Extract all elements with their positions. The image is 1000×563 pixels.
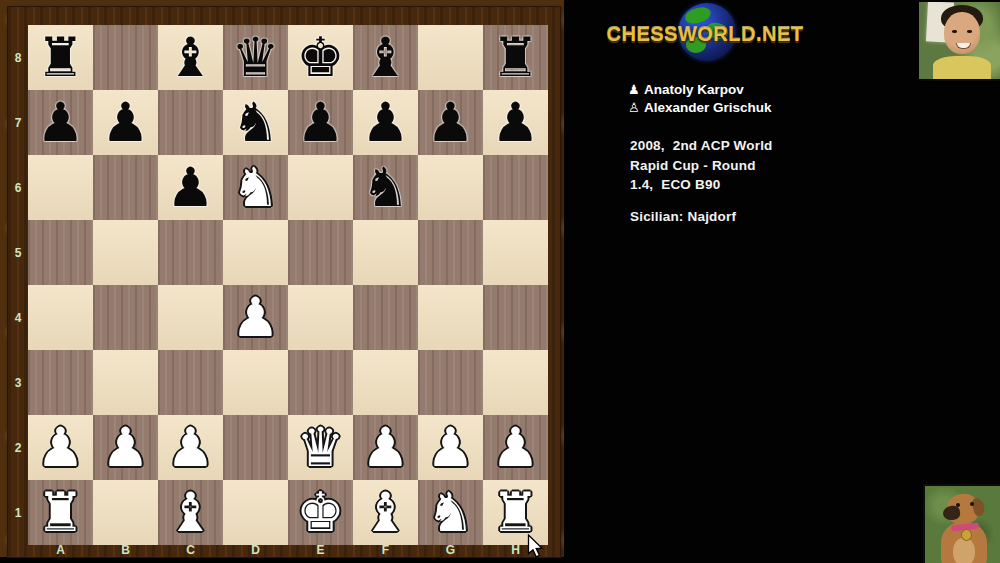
player-row-black: ♙ Alexander Grischuk	[628, 98, 772, 116]
square-h5[interactable]	[483, 220, 548, 285]
file-label-d: D	[223, 543, 288, 557]
black-pawn: ♟	[483, 90, 548, 155]
square-d3[interactable]	[223, 350, 288, 415]
square-g4[interactable]	[418, 285, 483, 350]
square-d2[interactable]	[223, 415, 288, 480]
square-b3[interactable]	[93, 350, 158, 415]
square-f7[interactable]: ♟	[353, 90, 418, 155]
square-c8[interactable]: ♝	[158, 25, 223, 90]
square-h6[interactable]	[483, 155, 548, 220]
solid-pawn-icon: ♟	[628, 82, 644, 97]
rank-label-1: 1	[8, 480, 28, 545]
black-pawn: ♟	[418, 90, 483, 155]
black-bishop: ♝	[158, 25, 223, 90]
square-d5[interactable]	[223, 220, 288, 285]
square-f2[interactable]: ♟	[353, 415, 418, 480]
outline-pawn-icon: ♙	[628, 100, 644, 115]
square-g5[interactable]	[418, 220, 483, 285]
square-a6[interactable]	[28, 155, 93, 220]
black-pawn: ♟	[288, 90, 353, 155]
white-pawn: ♟	[483, 415, 548, 480]
square-c6[interactable]: ♟	[158, 155, 223, 220]
square-f3[interactable]	[353, 350, 418, 415]
square-g1[interactable]: ♞	[418, 480, 483, 545]
square-h2[interactable]: ♟	[483, 415, 548, 480]
rank-label-4: 4	[8, 285, 28, 350]
square-b2[interactable]: ♟	[93, 415, 158, 480]
square-b6[interactable]	[93, 155, 158, 220]
logo-text: CHESSWORLD.NET	[600, 23, 810, 46]
chessworld-logo: CHESSWORLD.NET	[600, 1, 810, 63]
file-label-b: B	[93, 543, 158, 557]
square-e3[interactable]	[288, 350, 353, 415]
mouse-cursor-icon	[527, 534, 545, 563]
square-d6[interactable]: ♞	[223, 155, 288, 220]
square-g3[interactable]	[418, 350, 483, 415]
black-knight: ♞	[223, 90, 288, 155]
chess-board: 87654321 ♜♝♛♚♝♜♟♟♞♟♟♟♟♟♞♞♟♟♟♟♛♟♟♟♜♝♚♝♞♜ …	[8, 7, 560, 557]
square-f4[interactable]	[353, 285, 418, 350]
player-row-white: ♟ Anatoly Karpov	[628, 80, 772, 98]
black-pawn: ♟	[158, 155, 223, 220]
white-pawn: ♟	[93, 415, 158, 480]
square-g2[interactable]: ♟	[418, 415, 483, 480]
file-label-c: C	[158, 543, 223, 557]
black-king: ♚	[288, 25, 353, 90]
square-c1[interactable]: ♝	[158, 480, 223, 545]
rank-label-7: 7	[8, 90, 28, 155]
rank-labels: 87654321	[8, 25, 28, 545]
square-a7[interactable]: ♟	[28, 90, 93, 155]
square-b7[interactable]: ♟	[93, 90, 158, 155]
black-bishop: ♝	[353, 25, 418, 90]
opening-name: Sicilian: Najdorf	[630, 209, 736, 224]
player-names: ♟ Anatoly Karpov ♙ Alexander Grischuk	[628, 80, 772, 116]
file-labels: ABCDEFGH	[28, 543, 548, 557]
white-knight: ♞	[418, 480, 483, 545]
event-line-2: Rapid Cup - Round	[630, 156, 773, 176]
square-h7[interactable]: ♟	[483, 90, 548, 155]
square-b1[interactable]	[93, 480, 158, 545]
square-c3[interactable]	[158, 350, 223, 415]
white-pawn: ♟	[223, 285, 288, 350]
square-f8[interactable]: ♝	[353, 25, 418, 90]
square-c2[interactable]: ♟	[158, 415, 223, 480]
square-g6[interactable]	[418, 155, 483, 220]
black-player-name: Alexander Grischuk	[644, 100, 772, 115]
file-label-f: F	[353, 543, 418, 557]
square-f5[interactable]	[353, 220, 418, 285]
black-queen: ♛	[223, 25, 288, 90]
presenter-webcam-photo	[919, 2, 1000, 81]
white-pawn: ♟	[353, 415, 418, 480]
white-rook: ♜	[28, 480, 93, 545]
white-knight: ♞	[223, 155, 288, 220]
black-rook: ♜	[28, 25, 93, 90]
black-pawn: ♟	[28, 90, 93, 155]
square-c4[interactable]	[158, 285, 223, 350]
event-line-1: 2008, 2nd ACP World	[630, 136, 773, 156]
square-f6[interactable]: ♞	[353, 155, 418, 220]
board-backdrop: 87654321 ♜♝♛♚♝♜♟♟♞♟♟♟♟♟♞♞♟♟♟♟♛♟♟♟♜♝♚♝♞♜ …	[0, 0, 564, 557]
square-a5[interactable]	[28, 220, 93, 285]
square-e6[interactable]	[288, 155, 353, 220]
rank-label-2: 2	[8, 415, 28, 480]
dog-photo	[923, 484, 1000, 563]
square-e8[interactable]: ♚	[288, 25, 353, 90]
rank-label-6: 6	[8, 155, 28, 220]
board-grid: ♜♝♛♚♝♜♟♟♞♟♟♟♟♟♞♞♟♟♟♟♛♟♟♟♜♝♚♝♞♜	[28, 25, 548, 545]
square-d8[interactable]: ♛	[223, 25, 288, 90]
square-d1[interactable]	[223, 480, 288, 545]
square-d4[interactable]: ♟	[223, 285, 288, 350]
square-e7[interactable]: ♟	[288, 90, 353, 155]
square-e1[interactable]: ♚	[288, 480, 353, 545]
square-a8[interactable]: ♜	[28, 25, 93, 90]
white-pawn: ♟	[418, 415, 483, 480]
rank-label-3: 3	[8, 350, 28, 415]
white-bishop: ♝	[353, 480, 418, 545]
square-a4[interactable]	[28, 285, 93, 350]
square-h8[interactable]: ♜	[483, 25, 548, 90]
black-rook: ♜	[483, 25, 548, 90]
white-queen: ♛	[288, 415, 353, 480]
file-label-g: G	[418, 543, 483, 557]
square-h4[interactable]	[483, 285, 548, 350]
square-h3[interactable]	[483, 350, 548, 415]
square-f1[interactable]: ♝	[353, 480, 418, 545]
square-a1[interactable]: ♜	[28, 480, 93, 545]
black-knight: ♞	[353, 155, 418, 220]
video-frame: 87654321 ♜♝♛♚♝♜♟♟♞♟♟♟♟♟♞♞♟♟♟♟♛♟♟♟♜♝♚♝♞♜ …	[0, 0, 1000, 563]
white-player-name: Anatoly Karpov	[644, 82, 744, 97]
square-e4[interactable]	[288, 285, 353, 350]
event-details: 2008, 2nd ACP World Rapid Cup - Round 1.…	[630, 136, 773, 195]
white-king: ♚	[288, 480, 353, 545]
square-a3[interactable]	[28, 350, 93, 415]
square-b8[interactable]	[93, 25, 158, 90]
square-d7[interactable]: ♞	[223, 90, 288, 155]
file-label-a: A	[28, 543, 93, 557]
square-b5[interactable]	[93, 220, 158, 285]
square-e2[interactable]: ♛	[288, 415, 353, 480]
white-pawn: ♟	[158, 415, 223, 480]
square-b4[interactable]	[93, 285, 158, 350]
square-g8[interactable]	[418, 25, 483, 90]
white-pawn: ♟	[28, 415, 93, 480]
black-pawn: ♟	[353, 90, 418, 155]
square-e5[interactable]	[288, 220, 353, 285]
event-line-3: 1.4, ECO B90	[630, 175, 773, 195]
square-c5[interactable]	[158, 220, 223, 285]
square-c7[interactable]	[158, 90, 223, 155]
black-pawn: ♟	[93, 90, 158, 155]
file-label-e: E	[288, 543, 353, 557]
white-bishop: ♝	[158, 480, 223, 545]
rank-label-8: 8	[8, 25, 28, 90]
square-g7[interactable]: ♟	[418, 90, 483, 155]
square-a2[interactable]: ♟	[28, 415, 93, 480]
rank-label-5: 5	[8, 220, 28, 285]
